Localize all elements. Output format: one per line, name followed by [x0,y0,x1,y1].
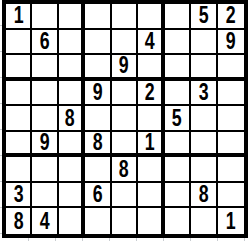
cell-r3c1[interactable] [6,55,32,81]
given-digit: 6 [93,183,103,207]
cell-r4c2[interactable] [32,81,58,107]
cell-r9c7[interactable] [165,208,191,234]
cell-r7c1[interactable] [6,157,32,183]
cell-r7c6[interactable] [138,157,164,183]
cell-r1c6[interactable] [138,4,164,30]
cell-r2c1[interactable] [6,30,32,56]
given-digit: 5 [172,106,182,130]
cell-r8c9[interactable] [218,183,244,209]
given-digit: 9 [119,55,129,78]
cell-r4c5[interactable] [112,81,138,107]
cell-r1c1[interactable]: 1 [6,4,32,30]
cell-r5c9[interactable] [218,106,244,132]
cell-r3c8[interactable] [191,55,217,81]
cell-r7c8[interactable] [191,157,217,183]
cell-r4c4[interactable]: 9 [85,81,111,107]
cell-r4c6[interactable]: 2 [138,81,164,107]
cell-r4c3[interactable] [59,81,85,107]
cell-r5c4[interactable] [85,106,111,132]
cell-r8c8[interactable]: 8 [191,183,217,209]
cell-r2c4[interactable] [85,30,111,56]
given-digit: 9 [40,132,50,155]
cell-r8c1[interactable]: 3 [6,183,32,209]
cell-r7c3[interactable] [59,157,85,183]
cell-r9c2[interactable]: 4 [32,208,58,234]
cell-r8c6[interactable] [138,183,164,209]
cell-r9c4[interactable] [85,208,111,234]
cell-r1c3[interactable] [59,4,85,30]
given-digit: 8 [93,132,103,155]
cell-r8c2[interactable] [32,183,58,209]
cell-r3c4[interactable] [85,55,111,81]
cell-r5c3[interactable]: 8 [59,106,85,132]
cell-r9c5[interactable] [112,208,138,234]
cell-r4c7[interactable] [165,81,191,107]
cell-r8c5[interactable] [112,183,138,209]
given-digit: 9 [226,30,236,54]
cell-r1c2[interactable] [32,4,58,30]
cell-r4c1[interactable] [6,81,32,107]
cell-r8c7[interactable] [165,183,191,209]
given-digit: 1 [144,132,154,155]
cell-r6c7[interactable] [165,132,191,158]
cell-r4c8[interactable]: 3 [191,81,217,107]
cell-r2c6[interactable]: 4 [138,30,164,56]
cell-r7c7[interactable] [165,157,191,183]
cell-r2c2[interactable]: 6 [32,30,58,56]
given-digit: 9 [93,81,103,105]
cell-r7c2[interactable] [32,157,58,183]
cell-r9c6[interactable] [138,208,164,234]
cell-r2c9[interactable]: 9 [218,30,244,56]
sudoku-board: 1526499923859818368841 [2,0,248,238]
cell-r6c6[interactable]: 1 [138,132,164,158]
cell-r6c4[interactable]: 8 [85,132,111,158]
cell-r9c3[interactable] [59,208,85,234]
cell-r1c8[interactable]: 5 [191,4,217,30]
cell-r3c2[interactable] [32,55,58,81]
cell-r8c4[interactable]: 6 [85,183,111,209]
cell-r2c8[interactable] [191,30,217,56]
cell-r7c9[interactable] [218,157,244,183]
cell-r6c8[interactable] [191,132,217,158]
cell-r6c2[interactable]: 9 [32,132,58,158]
cell-r3c9[interactable] [218,55,244,81]
given-digit: 1 [13,4,23,28]
given-digit: 2 [226,4,236,28]
cell-r1c7[interactable] [165,4,191,30]
cell-r5c2[interactable] [32,106,58,132]
cell-r5c5[interactable] [112,106,138,132]
given-digit: 8 [119,157,129,181]
cell-r2c3[interactable] [59,30,85,56]
given-digit: 8 [198,183,208,207]
cell-r7c4[interactable] [85,157,111,183]
cell-r5c1[interactable] [6,106,32,132]
cell-r3c6[interactable] [138,55,164,81]
cell-r1c9[interactable]: 2 [218,4,244,30]
cell-r7c5[interactable]: 8 [112,157,138,183]
cell-r5c7[interactable]: 5 [165,106,191,132]
cell-r9c8[interactable] [191,208,217,234]
given-digit: 6 [40,30,50,54]
given-digit: 8 [13,209,23,234]
cell-r5c8[interactable] [191,106,217,132]
cell-r6c3[interactable] [59,132,85,158]
cell-r5c6[interactable] [138,106,164,132]
given-digit: 3 [198,81,208,105]
sudoku-screenshot: 1526499923859818368841 [0,0,249,241]
given-digit: 4 [40,209,50,234]
cell-r6c5[interactable] [112,132,138,158]
given-digit: 8 [65,106,75,130]
cell-r4c9[interactable] [218,81,244,107]
cell-r3c3[interactable] [59,55,85,81]
cell-r3c7[interactable] [165,55,191,81]
cell-r3c5[interactable]: 9 [112,55,138,81]
cell-r2c7[interactable] [165,30,191,56]
cell-r8c3[interactable] [59,183,85,209]
cell-r2c5[interactable] [112,30,138,56]
given-digit: 5 [198,4,208,28]
given-digit: 4 [144,30,154,54]
given-digit: 1 [226,209,236,234]
given-digit: 3 [13,183,23,207]
cell-r6c1[interactable] [6,132,32,158]
given-digit: 2 [144,81,154,105]
cell-r1c4[interactable] [85,4,111,30]
cell-r9c9[interactable]: 1 [218,208,244,234]
cell-r6c9[interactable] [218,132,244,158]
cell-r9c1[interactable]: 8 [6,208,32,234]
cell-r1c5[interactable] [112,4,138,30]
